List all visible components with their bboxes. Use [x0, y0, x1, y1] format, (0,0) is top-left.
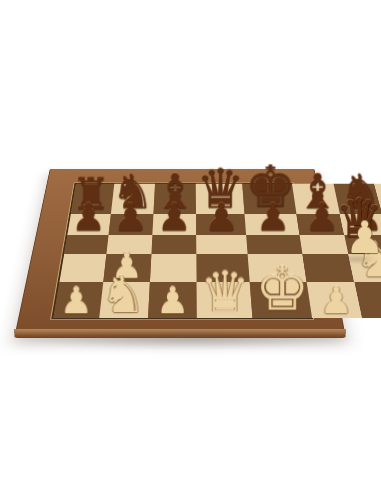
square-c2: ♟: [148, 282, 197, 318]
piece-white-king-e2: ♚: [255, 260, 309, 320]
board-cast-shadow: [20, 334, 360, 350]
chess-board: ♜♞♝♛♚♝♞♜♟♟♟♟♟♟♟♟♟♟♞♟♞♟♛♚♟♜: [14, 169, 346, 338]
square-b2: ♞: [99, 282, 150, 318]
captured-white-pawn-piece: ♟: [345, 216, 381, 260]
square-a3: [59, 254, 106, 282]
piece-white-pawn-f2: ♟: [320, 282, 353, 319]
piece-black-pawn-b7: ♟: [113, 198, 147, 236]
square-d4: [196, 235, 248, 254]
square-a7: ♟: [67, 214, 110, 235]
square-d7: ♟: [196, 214, 246, 235]
square-e4: [246, 235, 302, 254]
piece-black-pawn-c7: ♟: [157, 198, 191, 236]
square-c3: [150, 254, 197, 282]
chessboard-product-photo: ♜♞♝♛♚♝♞♜♟♟♟♟♟♟♟♟♟♟♞♟♞♟♛♚♟♜ ♛ ♟: [0, 0, 381, 492]
piece-black-pawn-a7: ♟: [71, 198, 105, 236]
square-e2: ♚: [250, 282, 312, 318]
captured-pieces-area: ♛ ♟: [333, 192, 381, 272]
piece-black-pawn-e7: ♟: [256, 198, 290, 236]
square-b7: ♟: [108, 214, 153, 235]
piece-white-pawn-a2: ♟: [60, 282, 93, 319]
piece-black-pawn-d7: ♟: [204, 198, 238, 236]
board-scene: ♜♞♝♛♚♝♞♜♟♟♟♟♟♟♟♟♟♟♞♟♞♟♛♚♟♜: [0, 166, 381, 344]
piece-white-queen-d2: ♛: [199, 263, 250, 319]
square-a4: [64, 235, 108, 254]
square-a2: ♟: [53, 282, 103, 318]
square-c4: [151, 235, 196, 254]
square-f2: ♟: [307, 282, 361, 318]
piece-white-pawn-c2: ♟: [156, 282, 189, 319]
square-c7: ♟: [152, 214, 196, 235]
board-wooden-frame: ♜♞♝♛♚♝♞♜♟♟♟♟♟♟♟♟♟♟♞♟♞♟♛♚♟♜: [14, 169, 346, 338]
board-grid: ♜♞♝♛♚♝♞♜♟♟♟♟♟♟♟♟♟♟♞♟♞♟♛♚♟♜: [51, 183, 313, 319]
square-e7: ♟: [245, 214, 300, 235]
piece-white-knight-b2: ♞: [101, 269, 146, 320]
square-d2: ♛: [197, 282, 253, 318]
